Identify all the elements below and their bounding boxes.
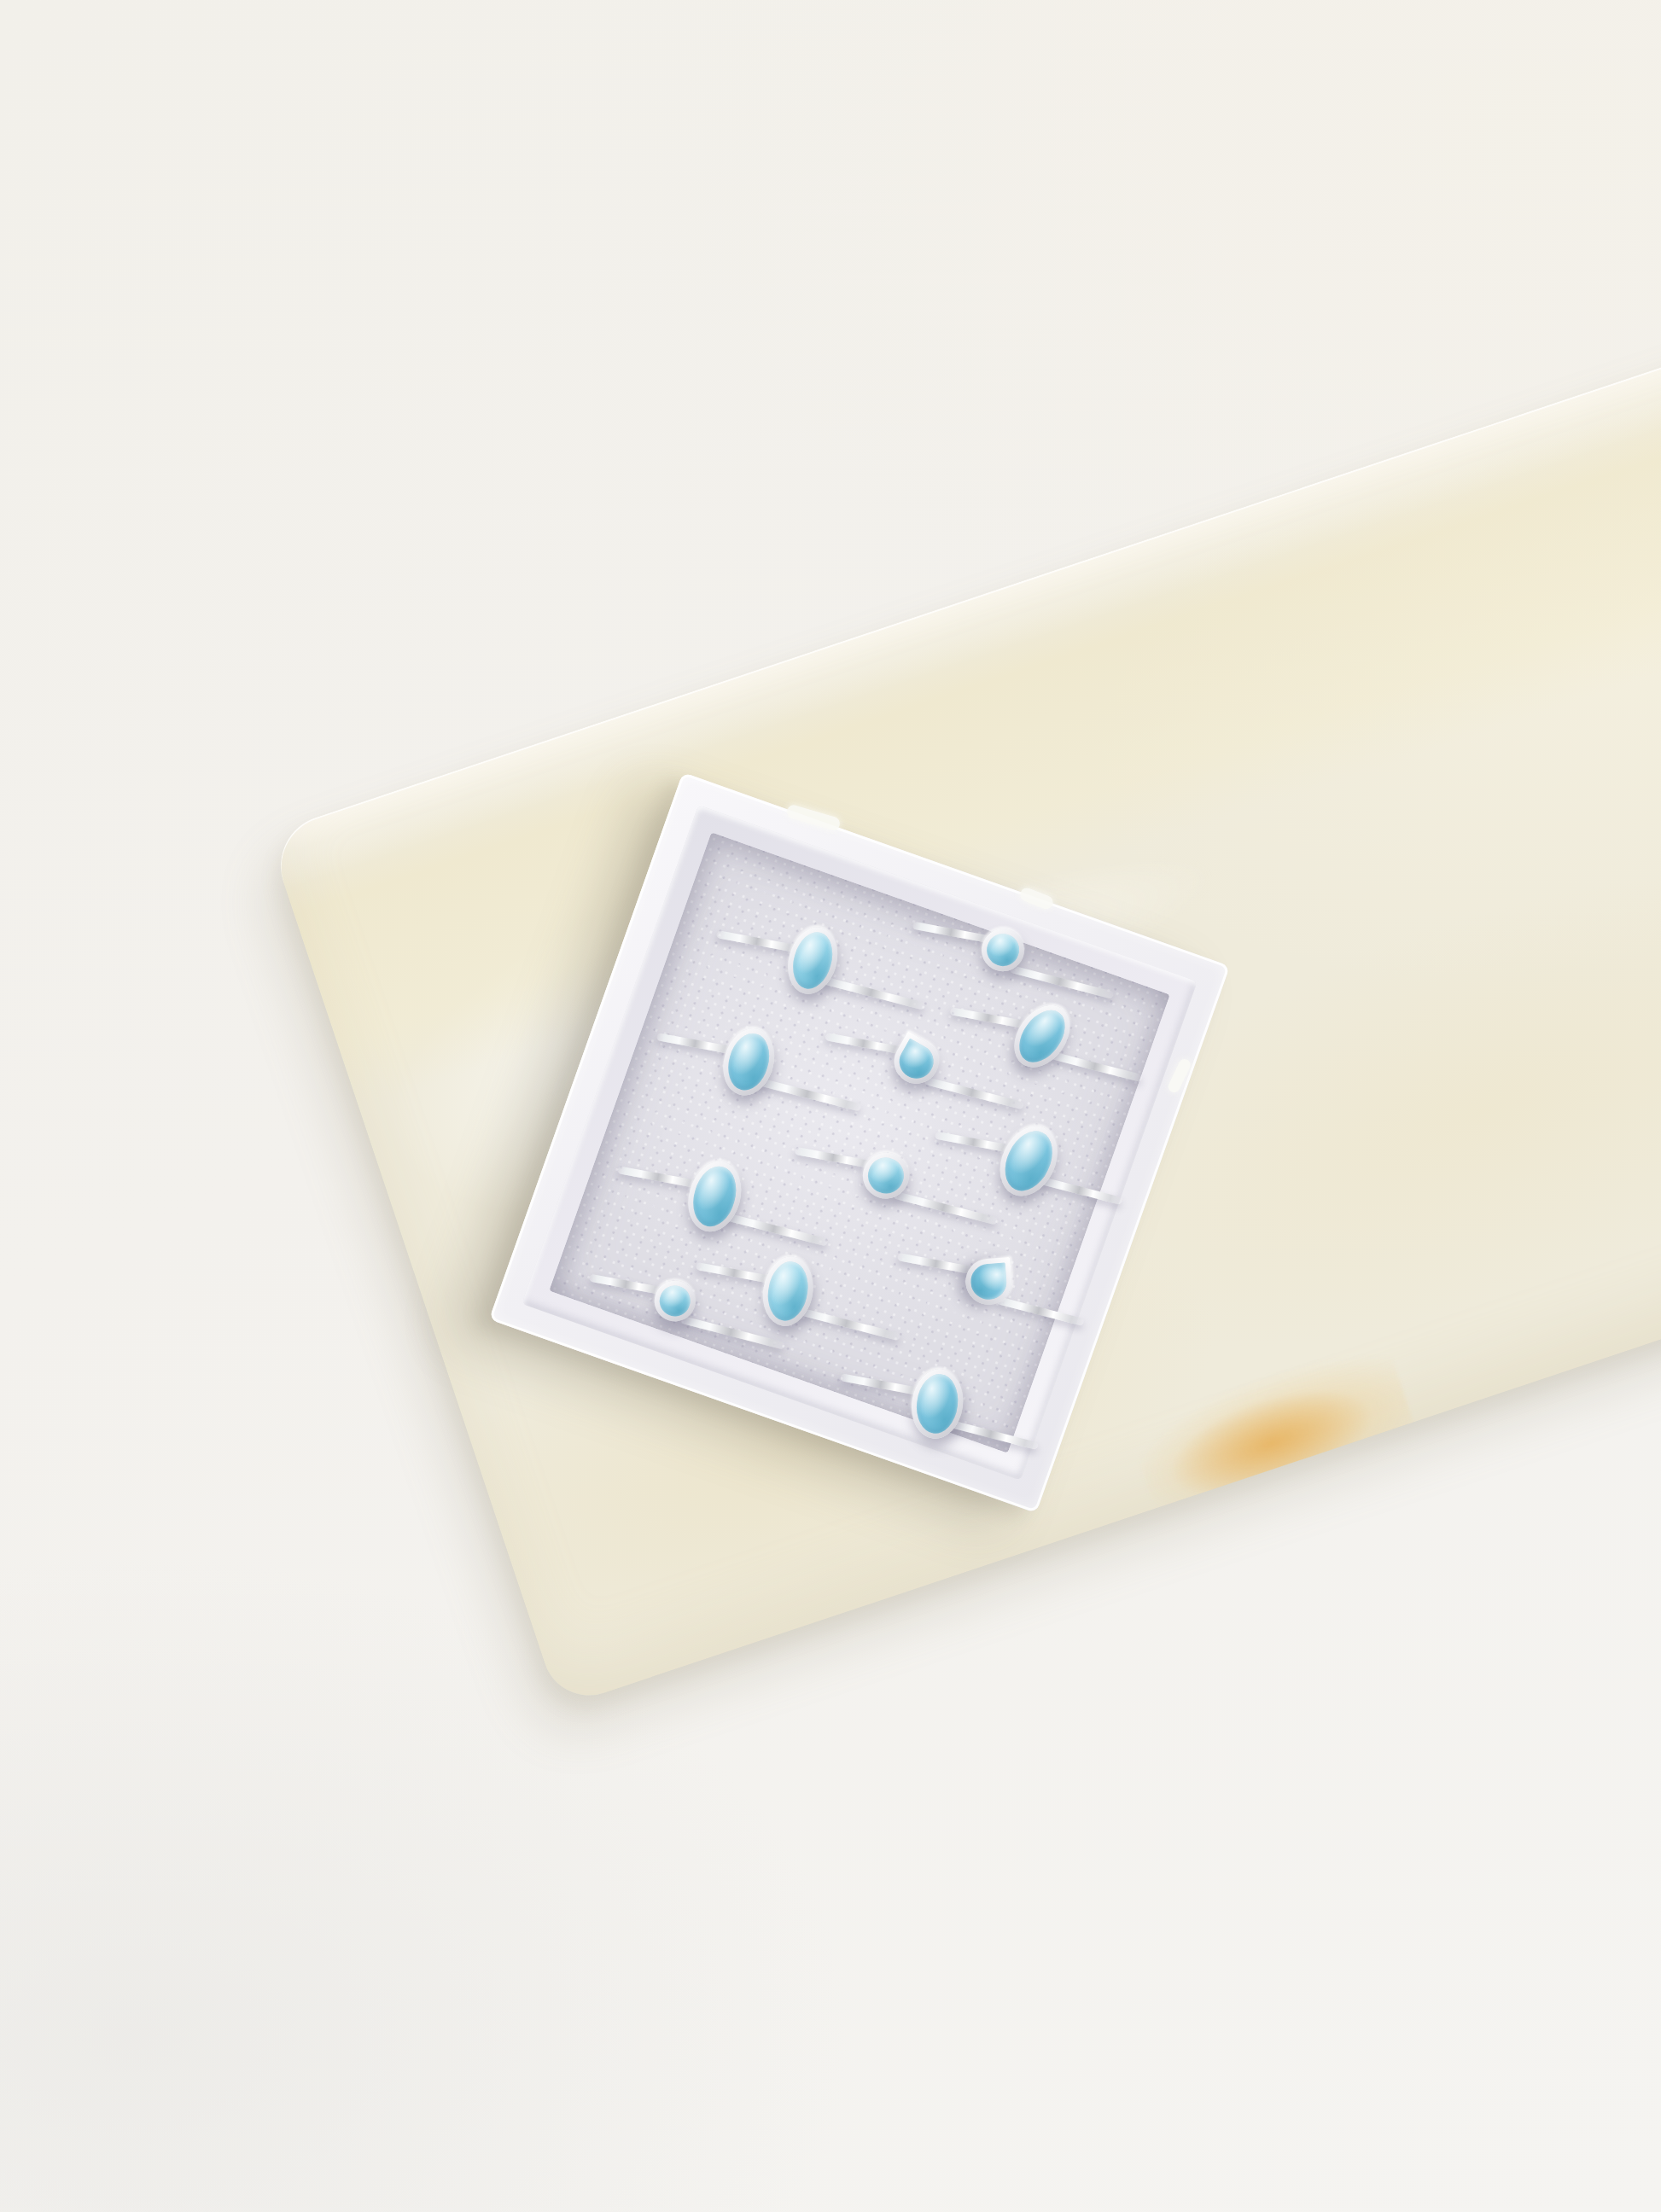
ring-band-right	[893, 1191, 998, 1225]
ring-band-right	[923, 1076, 1023, 1109]
ring-band-right	[757, 1078, 862, 1112]
ring-band-right	[1050, 1051, 1143, 1082]
stone-bezel-oval	[1003, 994, 1081, 1078]
ring-band-left	[950, 1007, 1031, 1029]
ring-band-right	[796, 1307, 901, 1341]
stone-bezel-oval	[780, 921, 844, 999]
stone-bezel-oval	[680, 1155, 749, 1237]
stone-bezel-oval	[716, 1022, 782, 1102]
ring-band-right	[996, 1296, 1085, 1326]
ring-band-left	[588, 1273, 665, 1295]
ring-band-left	[656, 1033, 737, 1055]
amber-vein	[1123, 1329, 1427, 1549]
ring-band-right	[723, 1213, 828, 1247]
ring-band-left	[617, 1166, 702, 1189]
ring-band-left	[825, 1033, 906, 1055]
larimar-stone	[656, 1281, 695, 1320]
stone-bezel-oval	[989, 1116, 1069, 1205]
stone-bezel-oval	[907, 1365, 967, 1441]
ring-band-left	[912, 922, 993, 944]
ring-band-right	[1009, 965, 1114, 999]
ring-band-right	[680, 1316, 785, 1350]
ring-band-right	[946, 1419, 1039, 1450]
larimar-stone	[863, 1153, 909, 1199]
ring-band-left	[897, 1253, 978, 1275]
ring-band-right	[1038, 1176, 1122, 1205]
ring-band-left	[716, 930, 801, 953]
larimar-stone	[913, 1371, 962, 1436]
stone-bezel-oval	[758, 1253, 819, 1330]
larimar-stone	[982, 929, 1024, 971]
ring-band-right	[820, 976, 925, 1010]
larimar-stone	[970, 1262, 1008, 1301]
ring-band-left	[794, 1147, 875, 1169]
ring-band-left	[840, 1373, 925, 1396]
photo-background	[0, 0, 1661, 2212]
